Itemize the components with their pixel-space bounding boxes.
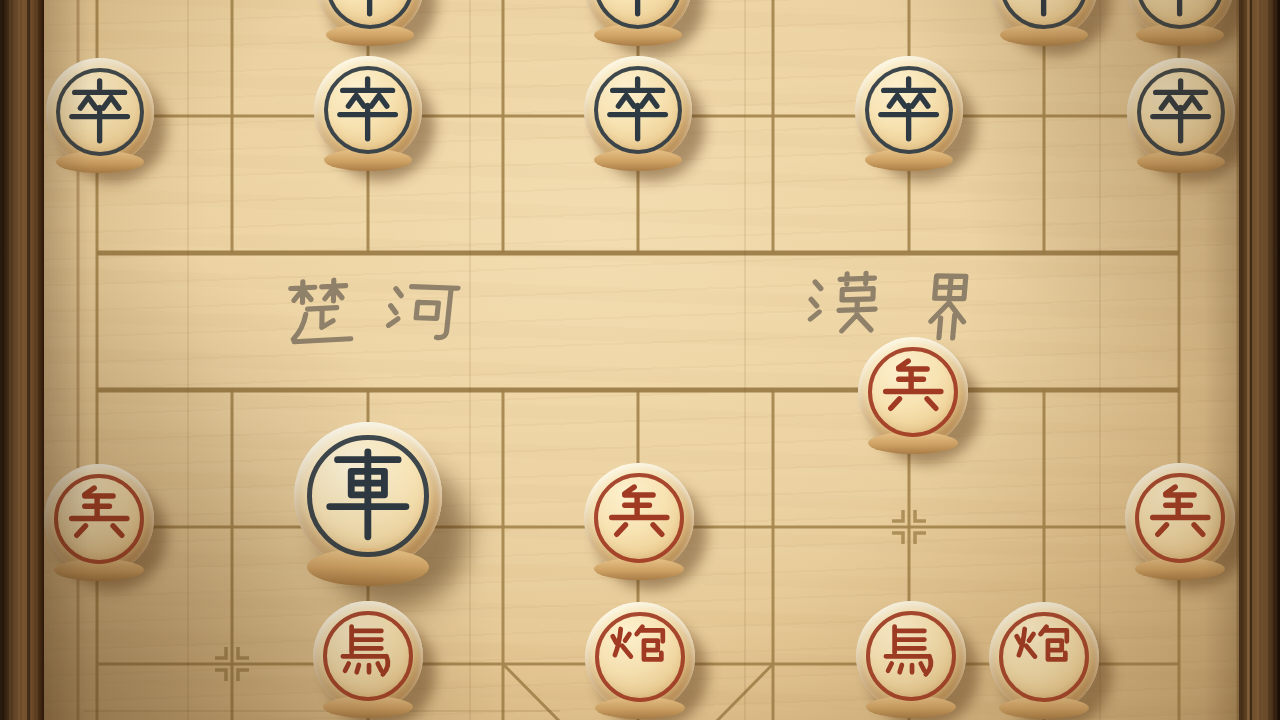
piece-glyph-兵: [44, 464, 154, 574]
piece-red-cannon-file5[interactable]: [585, 602, 695, 712]
piece-glyph-卒: [855, 56, 963, 164]
piece-glyph-兵: [584, 463, 694, 573]
wood-border-left: [0, 0, 44, 720]
piece-glyph-?: [584, 0, 692, 39]
wood-border-right: [1239, 0, 1280, 720]
piece-red-soldier-file5[interactable]: [584, 463, 694, 573]
piece-red-soldier-file1[interactable]: [44, 464, 154, 574]
piece-glyph-卒: [46, 58, 154, 166]
piece-black-soldier-file7[interactable]: [855, 56, 963, 164]
piece-black-soldier-file3[interactable]: [314, 56, 422, 164]
piece-glyph-?: [316, 0, 424, 39]
piece-black-soldier-file1[interactable]: [46, 58, 154, 166]
piece-glyph-馬: [856, 601, 966, 711]
piece-red-horse-file3[interactable]: [313, 601, 423, 711]
piece-glyph-馬: [313, 601, 423, 711]
piece-black-piece-cropped-file9[interactable]: [1126, 0, 1234, 39]
xiangqi-board-screen: [0, 0, 1280, 720]
piece-black-soldier-file9[interactable]: [1127, 58, 1235, 166]
piece-black-chariot-selected[interactable]: [294, 422, 442, 570]
piece-glyph-兵: [858, 337, 968, 447]
piece-glyph-?: [990, 0, 1098, 39]
piece-glyph-車: [294, 422, 442, 570]
piece-glyph-卒: [314, 56, 422, 164]
piece-glyph-兵: [1125, 463, 1235, 573]
piece-red-soldier-file9[interactable]: [1125, 463, 1235, 573]
piece-glyph-炮: [585, 602, 695, 712]
piece-red-horse-file7[interactable]: [856, 601, 966, 711]
piece-black-piece-cropped-file3[interactable]: [316, 0, 424, 39]
piece-black-soldier-file5[interactable]: [584, 56, 692, 164]
piece-red-soldier-file7-advanced[interactable]: [858, 337, 968, 447]
piece-black-piece-cropped-file5[interactable]: [584, 0, 692, 39]
pieces-layer[interactable]: [0, 0, 1280, 720]
piece-red-cannon-file8[interactable]: [989, 602, 1099, 712]
piece-glyph-?: [1126, 0, 1234, 39]
piece-glyph-卒: [584, 56, 692, 164]
piece-glyph-炮: [989, 602, 1099, 712]
piece-black-piece-cropped-file8[interactable]: [990, 0, 1098, 39]
piece-glyph-卒: [1127, 58, 1235, 166]
